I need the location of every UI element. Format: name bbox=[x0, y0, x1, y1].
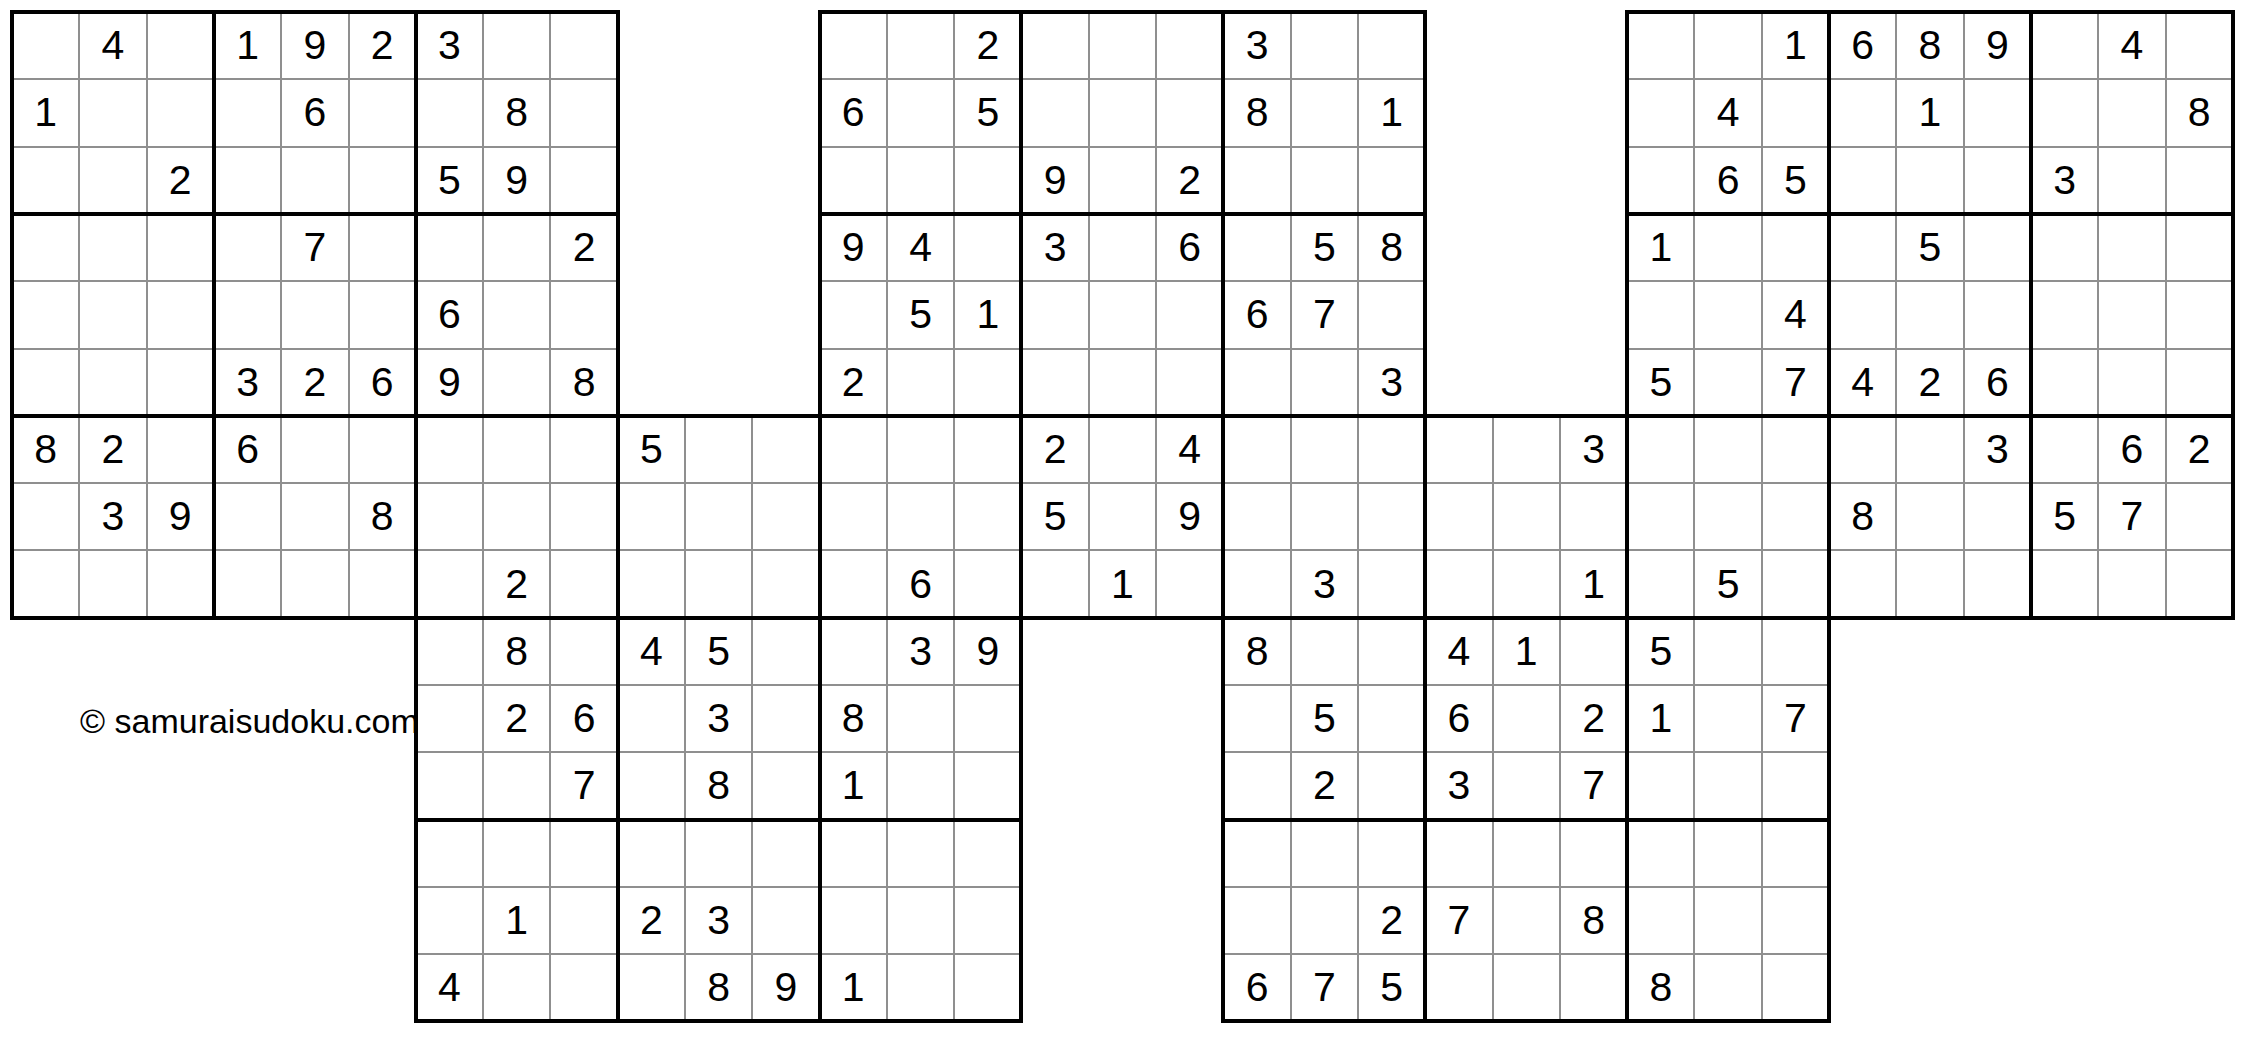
given-digit-top-middle-r1c7: 3 bbox=[1223, 12, 1290, 79]
thin-grid-line bbox=[1221, 549, 1831, 551]
given-digit-top-left-r3c7: 5 bbox=[416, 147, 483, 214]
given-digit-top-middle-r6c1: 2 bbox=[820, 349, 887, 416]
given-digit-top-left-r7c1: 8 bbox=[12, 416, 79, 483]
given-digit-bottom-left-r9c6: 9 bbox=[752, 954, 819, 1021]
given-digit-top-right-r2c5: 1 bbox=[1896, 79, 1963, 146]
given-digit-top-right-r6c3: 7 bbox=[1762, 349, 1829, 416]
given-digit-top-right-r6c1: 5 bbox=[1627, 349, 1694, 416]
given-digit-top-right-r1c4: 6 bbox=[1829, 12, 1896, 79]
given-digit-bottom-right-r1c6: 3 bbox=[1560, 416, 1627, 483]
given-digit-bottom-right-r9c1: 6 bbox=[1223, 954, 1290, 1021]
given-digit-top-left-r7c2: 2 bbox=[79, 416, 146, 483]
given-digit-bottom-right-r4c1: 8 bbox=[1223, 618, 1290, 685]
given-digit-top-left-r8c3: 9 bbox=[147, 483, 214, 550]
given-digit-bottom-left-r4c9: 9 bbox=[954, 618, 1021, 685]
given-digit-top-left-r6c9: 8 bbox=[550, 349, 617, 416]
thin-grid-line bbox=[414, 482, 1024, 484]
given-digit-top-middle-r4c2: 4 bbox=[887, 214, 954, 281]
sudoku-grid-bottom-right: 318415562172372786758 bbox=[1223, 416, 1829, 1022]
given-digit-bottom-right-r5c7: 1 bbox=[1627, 685, 1694, 752]
given-digit-bottom-right-r8c4: 7 bbox=[1425, 887, 1492, 954]
given-digit-top-left-r1c4: 1 bbox=[214, 12, 281, 79]
thick-grid-line bbox=[414, 414, 418, 1024]
given-digit-bottom-left-r5c2: 2 bbox=[483, 685, 550, 752]
given-digit-top-right-r8c4: 8 bbox=[1829, 483, 1896, 550]
given-digit-top-middle-r3c6: 2 bbox=[1156, 147, 1223, 214]
given-digit-bottom-left-r4c8: 3 bbox=[887, 618, 954, 685]
given-digit-top-right-r4c1: 1 bbox=[1627, 214, 1694, 281]
given-digit-top-right-r8c7: 5 bbox=[2031, 483, 2098, 550]
given-digit-bottom-left-r8c2: 1 bbox=[483, 887, 550, 954]
given-digit-bottom-left-r5c5: 3 bbox=[685, 685, 752, 752]
given-digit-top-left-r6c6: 6 bbox=[349, 349, 416, 416]
thick-grid-line bbox=[1221, 414, 1225, 1024]
given-digit-bottom-left-r5c3: 6 bbox=[550, 685, 617, 752]
given-digit-bottom-right-r5c2: 5 bbox=[1291, 685, 1358, 752]
given-digit-top-middle-r5c7: 6 bbox=[1223, 281, 1290, 348]
given-digit-top-left-r8c6: 8 bbox=[349, 483, 416, 550]
given-digit-bottom-left-r6c5: 8 bbox=[685, 752, 752, 819]
given-digit-top-middle-r4c6: 6 bbox=[1156, 214, 1223, 281]
given-digit-top-middle-r5c3: 1 bbox=[954, 281, 1021, 348]
thick-grid-line bbox=[1221, 414, 1831, 418]
given-digit-top-left-r3c8: 9 bbox=[483, 147, 550, 214]
given-digit-bottom-left-r4c2: 8 bbox=[483, 618, 550, 685]
given-digit-top-right-r8c8: 7 bbox=[2098, 483, 2165, 550]
given-digit-top-middle-r4c8: 5 bbox=[1291, 214, 1358, 281]
given-digit-top-left-r3c3: 2 bbox=[147, 147, 214, 214]
given-digit-bottom-right-r4c7: 5 bbox=[1627, 618, 1694, 685]
given-digit-top-right-r5c3: 4 bbox=[1762, 281, 1829, 348]
given-digit-top-left-r6c4: 3 bbox=[214, 349, 281, 416]
given-digit-top-right-r7c8: 6 bbox=[2098, 416, 2165, 483]
given-digit-top-right-r1c6: 9 bbox=[1964, 12, 2031, 79]
given-digit-top-left-r2c8: 8 bbox=[483, 79, 550, 146]
given-digit-bottom-left-r9c5: 8 bbox=[685, 954, 752, 1021]
samurai-board: © samuraisudoku.com 41923168259726326988… bbox=[0, 0, 2264, 1050]
given-digit-top-middle-r4c1: 9 bbox=[820, 214, 887, 281]
given-digit-top-left-r2c5: 6 bbox=[281, 79, 348, 146]
given-digit-bottom-right-r5c4: 6 bbox=[1425, 685, 1492, 752]
given-digit-top-right-r6c5: 2 bbox=[1896, 349, 1963, 416]
given-digit-bottom-right-r9c2: 7 bbox=[1291, 954, 1358, 1021]
given-digit-top-middle-r7c4: 2 bbox=[1021, 416, 1088, 483]
given-digit-top-right-r1c5: 8 bbox=[1896, 12, 1963, 79]
given-digit-top-middle-r2c9: 1 bbox=[1358, 79, 1425, 146]
given-digit-bottom-left-r6c7: 1 bbox=[820, 752, 887, 819]
given-digit-top-right-r2c2: 4 bbox=[1694, 79, 1761, 146]
given-digit-top-right-r3c3: 5 bbox=[1762, 147, 1829, 214]
given-digit-top-left-r8c2: 3 bbox=[79, 483, 146, 550]
given-digit-top-right-r3c7: 3 bbox=[2031, 147, 2098, 214]
given-digit-bottom-left-r9c7: 1 bbox=[820, 954, 887, 1021]
given-digit-top-middle-r2c1: 6 bbox=[820, 79, 887, 146]
given-digit-bottom-right-r9c7: 8 bbox=[1627, 954, 1694, 1021]
thin-grid-line bbox=[818, 146, 1428, 148]
given-digit-bottom-right-r5c9: 7 bbox=[1762, 685, 1829, 752]
copyright-text: © samuraisudoku.com bbox=[80, 702, 419, 741]
given-digit-bottom-right-r3c6: 1 bbox=[1560, 550, 1627, 617]
given-digit-top-left-r1c5: 9 bbox=[281, 12, 348, 79]
given-digit-top-middle-r8c6: 9 bbox=[1156, 483, 1223, 550]
given-digit-bottom-right-r6c2: 2 bbox=[1291, 752, 1358, 819]
given-digit-bottom-left-r5c7: 8 bbox=[820, 685, 887, 752]
thin-grid-line bbox=[1221, 482, 1831, 484]
given-digit-top-left-r1c7: 3 bbox=[416, 12, 483, 79]
given-digit-top-left-r1c2: 4 bbox=[79, 12, 146, 79]
given-digit-top-right-r3c2: 6 bbox=[1694, 147, 1761, 214]
sudoku-grid-bottom-left: 58453926387811234891 bbox=[416, 416, 1022, 1022]
given-digit-top-middle-r4c4: 3 bbox=[1021, 214, 1088, 281]
thin-grid-line bbox=[953, 414, 955, 1024]
given-digit-top-left-r4c9: 2 bbox=[550, 214, 617, 281]
given-digit-top-middle-r5c8: 7 bbox=[1291, 281, 1358, 348]
given-digit-top-right-r4c5: 5 bbox=[1896, 214, 1963, 281]
given-digit-bottom-right-r6c6: 7 bbox=[1560, 752, 1627, 819]
thick-grid-line bbox=[818, 10, 1428, 14]
given-digit-bottom-right-r4c4: 4 bbox=[1425, 618, 1492, 685]
given-digit-top-middle-r9c5: 1 bbox=[1089, 550, 1156, 617]
given-digit-top-middle-r4c9: 8 bbox=[1358, 214, 1425, 281]
given-digit-top-middle-r3c4: 9 bbox=[1021, 147, 1088, 214]
given-digit-top-middle-r1c3: 2 bbox=[954, 12, 1021, 79]
given-digit-bottom-right-r4c5: 1 bbox=[1493, 618, 1560, 685]
given-digit-top-middle-r5c2: 5 bbox=[887, 281, 954, 348]
thin-grid-line bbox=[414, 549, 1024, 551]
given-digit-bottom-left-r8c4: 2 bbox=[618, 887, 685, 954]
given-digit-bottom-left-r8c5: 3 bbox=[685, 887, 752, 954]
given-digit-top-left-r6c5: 2 bbox=[281, 349, 348, 416]
given-digit-top-right-r1c8: 4 bbox=[2098, 12, 2165, 79]
given-digit-bottom-right-r5c6: 2 bbox=[1560, 685, 1627, 752]
given-digit-bottom-right-r9c3: 5 bbox=[1358, 954, 1425, 1021]
given-digit-top-left-r2c1: 1 bbox=[12, 79, 79, 146]
given-digit-top-left-r5c7: 6 bbox=[416, 281, 483, 348]
given-digit-top-right-r2c9: 8 bbox=[2166, 79, 2233, 146]
given-digit-top-left-r6c7: 9 bbox=[416, 349, 483, 416]
given-digit-top-right-r7c6: 3 bbox=[1964, 416, 2031, 483]
thick-grid-line bbox=[414, 414, 1024, 418]
given-digit-top-middle-r8c4: 5 bbox=[1021, 483, 1088, 550]
given-digit-top-right-r6c4: 4 bbox=[1829, 349, 1896, 416]
given-digit-bottom-left-r4c4: 4 bbox=[618, 618, 685, 685]
given-digit-top-left-r7c4: 6 bbox=[214, 416, 281, 483]
given-digit-bottom-left-r6c3: 7 bbox=[550, 752, 617, 819]
given-digit-bottom-left-r9c1: 4 bbox=[416, 954, 483, 1021]
given-digit-bottom-left-r4c5: 5 bbox=[685, 618, 752, 685]
thick-grid-line bbox=[1019, 414, 1023, 1024]
given-digit-top-right-r1c3: 1 bbox=[1762, 12, 1829, 79]
given-digit-top-right-r7c9: 2 bbox=[2166, 416, 2233, 483]
given-digit-top-middle-r7c6: 4 bbox=[1156, 416, 1223, 483]
given-digit-bottom-right-r8c3: 2 bbox=[1358, 887, 1425, 954]
given-digit-top-middle-r6c9: 3 bbox=[1358, 349, 1425, 416]
given-digit-bottom-right-r8c6: 8 bbox=[1560, 887, 1627, 954]
given-digit-top-middle-r2c3: 5 bbox=[954, 79, 1021, 146]
thin-grid-line bbox=[1221, 886, 1831, 888]
given-digit-top-middle-r2c7: 8 bbox=[1223, 79, 1290, 146]
given-digit-top-right-r6c6: 6 bbox=[1964, 349, 2031, 416]
given-digit-top-left-r1c6: 2 bbox=[349, 12, 416, 79]
given-digit-bottom-right-r6c4: 3 bbox=[1425, 752, 1492, 819]
thin-grid-line bbox=[818, 78, 1428, 80]
given-digit-bottom-left-r1c4: 5 bbox=[618, 416, 685, 483]
given-digit-top-left-r4c5: 7 bbox=[281, 214, 348, 281]
